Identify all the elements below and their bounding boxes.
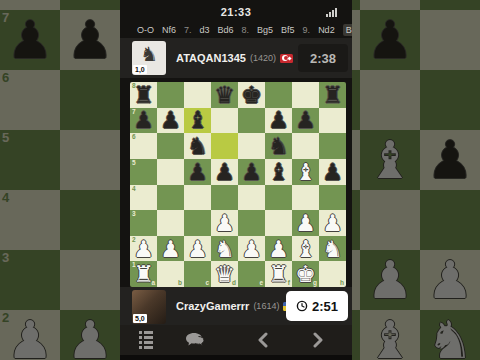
square-d7[interactable] [211,108,238,134]
next-move-button[interactable] [306,328,330,352]
black-pawn-h5[interactable]: ♟ [319,159,346,185]
square-h7[interactable] [319,108,346,134]
opponent-clock: 2:38 [298,44,348,72]
square-g4[interactable] [292,185,319,211]
square-g3[interactable]: ♟ [292,210,319,236]
black-king-e8[interactable]: ♚ [238,82,265,108]
square-f1[interactable]: f♜ [265,261,292,287]
square-a4[interactable]: 4 [130,185,157,211]
square-d5[interactable]: ♟ [211,159,238,185]
square-g6[interactable] [292,133,319,159]
bottom-toolbar [120,325,352,355]
clock-icon [296,300,308,312]
black-knight-c6[interactable]: ♞ [184,133,211,159]
black-pawn-c5[interactable]: ♟ [184,159,211,185]
square-f5[interactable]: ♝ [265,159,292,185]
black-pawn-d5[interactable]: ♟ [211,159,238,185]
square-e7[interactable] [238,108,265,134]
black-pawn-f7[interactable]: ♟ [265,108,292,134]
white-bishop-g2[interactable]: ♝ [292,236,319,262]
white-king-g1[interactable]: ♚ [292,261,319,287]
square-c7[interactable]: ♝ [184,108,211,134]
opponent-match-score: 1,0 [133,65,147,74]
square-b6[interactable] [157,133,184,159]
rank-label: 6 [132,134,136,141]
black-pawn-a7[interactable]: ♟ [130,108,157,134]
square-a1[interactable]: 1a♜ [130,261,157,287]
move-token[interactable]: Bg5 [257,25,273,35]
square-c3[interactable] [184,210,211,236]
status-bar: 21:33 [120,0,352,22]
move-number: 9. [303,25,311,35]
player-username[interactable]: CrazyGamerrr [176,300,249,312]
move-token[interactable]: d3 [200,25,210,35]
turkey-flag-icon [280,54,293,63]
move-token[interactable]: Bc7 [343,24,352,36]
square-e6[interactable] [238,133,265,159]
square-c2[interactable]: ♟ [184,236,211,262]
move-list-button[interactable] [134,328,158,352]
white-pawn-g3[interactable]: ♟ [292,210,319,236]
white-rook-a1[interactable]: ♜ [130,261,157,287]
square-c6[interactable]: ♞ [184,133,211,159]
black-knight-f6[interactable]: ♞ [265,133,292,159]
square-h8[interactable]: ♜ [319,82,346,108]
status-bar-clock: 21:33 [120,6,352,18]
rank-label: 3 [132,211,136,218]
screenshot-stage: 8♜♛♚♜7♟♟♝♟♟6♞♞5♟♟♟♝♝♟43♟♟♟2♟♟♟♞♟♟♝♞1a♜bc… [0,0,480,360]
player-bar: 5,0 CrazyGamerrr (1614) 2:51 [120,287,352,325]
white-pawn-d3[interactable]: ♟ [211,210,238,236]
black-bishop-f5[interactable]: ♝ [265,159,292,185]
square-e8[interactable]: ♚ [238,82,265,108]
chat-button[interactable] [183,328,207,352]
square-h1[interactable]: h [319,261,346,287]
square-c4[interactable] [184,185,211,211]
square-a5[interactable]: 5 [130,159,157,185]
square-b4[interactable] [157,185,184,211]
square-b7[interactable]: ♟ [157,108,184,134]
chat-icon [185,332,205,348]
square-b2[interactable]: ♟ [157,236,184,262]
chess-board[interactable]: 8♜♛♚♜7♟♟♝♟♟6♞♞5♟♟♟♝♝♟43♟♟♟2♟♟♟♞♟♟♝♞1a♜bc… [130,82,346,287]
previous-move-button[interactable] [250,328,274,352]
square-d3[interactable]: ♟ [211,210,238,236]
black-queen-d8[interactable]: ♛ [211,82,238,108]
square-f3[interactable] [265,210,292,236]
square-d8[interactable]: ♛ [211,82,238,108]
square-a2[interactable]: 2♟ [130,236,157,262]
square-h5[interactable]: ♟ [319,159,346,185]
player-rating: (1614) [253,301,279,311]
back-arrow-icon [257,332,268,348]
square-a6[interactable]: 6 [130,133,157,159]
move-token[interactable]: Bf5 [281,25,295,35]
square-h2[interactable]: ♞ [319,236,346,262]
move-token[interactable]: Nd2 [318,25,335,35]
square-c1[interactable]: c [184,261,211,287]
knight-avatar-icon: ♞ [140,41,158,67]
square-b8[interactable] [157,82,184,108]
white-queen-d1[interactable]: ♛ [211,261,238,287]
file-label: h [340,280,344,287]
white-knight-d2[interactable]: ♞ [211,236,238,262]
black-pawn-e5[interactable]: ♟ [238,159,265,185]
square-d4[interactable] [211,185,238,211]
square-d1[interactable]: d♛ [211,261,238,287]
square-f8[interactable] [265,82,292,108]
square-f7[interactable]: ♟ [265,108,292,134]
white-pawn-b2[interactable]: ♟ [157,236,184,262]
square-e1[interactable]: e [238,261,265,287]
forward-arrow-icon [313,332,324,348]
square-f6[interactable]: ♞ [265,133,292,159]
square-e3[interactable] [238,210,265,236]
file-label: b [178,280,182,287]
square-e4[interactable] [238,185,265,211]
opponent-player-bar: ♞ 1,0 ATAQAN1345 (1420) 2:38 [120,38,352,78]
opponent-avatar[interactable]: ♞ 1,0 [132,41,166,75]
white-bishop-g5[interactable]: ♝ [292,159,319,185]
move-number: 7. [184,25,192,35]
move-token[interactable]: Nf6 [162,25,176,35]
phone-screen: 21:33 O-ONf67.d3Bd68.Bg5Bf59.Nd2Bc7 ♞ 1,… [120,0,352,360]
white-pawn-h3[interactable]: ♟ [319,210,346,236]
white-pawn-c2[interactable]: ♟ [184,236,211,262]
square-g2[interactable]: ♝ [292,236,319,262]
square-g8[interactable] [292,82,319,108]
square-e2[interactable]: ♟ [238,236,265,262]
move-token[interactable]: O-O [137,25,154,35]
black-bishop-c7[interactable]: ♝ [184,108,211,134]
square-g1[interactable]: g♚ [292,261,319,287]
player-avatar[interactable]: 5,0 [132,290,166,324]
square-b1[interactable]: b [157,261,184,287]
white-pawn-e2[interactable]: ♟ [238,236,265,262]
move-number: 8. [242,25,250,35]
rank-label: 4 [132,186,136,193]
phone-bottom-edge [120,355,352,360]
square-b5[interactable] [157,159,184,185]
cellular-signal-icon [326,8,337,17]
player-clock-time: 2:51 [312,299,338,314]
white-rook-f1[interactable]: ♜ [265,261,292,287]
player-clock: 2:51 [286,291,348,321]
file-label: e [259,280,263,287]
square-f2[interactable]: ♟ [265,236,292,262]
square-d6[interactable] [211,133,238,159]
square-d2[interactable]: ♞ [211,236,238,262]
square-h3[interactable]: ♟ [319,210,346,236]
square-a7[interactable]: 7♟ [130,108,157,134]
black-rook-h8[interactable]: ♜ [319,82,346,108]
player-match-score: 5,0 [133,314,147,323]
opponent-rating: (1420) [250,53,276,63]
square-h6[interactable] [319,133,346,159]
square-c8[interactable] [184,82,211,108]
move-token[interactable]: Bd6 [218,25,234,35]
file-label: c [205,280,209,287]
square-f4[interactable] [265,185,292,211]
opponent-username[interactable]: ATAQAN1345 [176,52,246,64]
square-a8[interactable]: 8♜ [130,82,157,108]
square-c5[interactable]: ♟ [184,159,211,185]
square-g5[interactable]: ♝ [292,159,319,185]
square-h4[interactable] [319,185,346,211]
square-b3[interactable] [157,210,184,236]
black-pawn-b7[interactable]: ♟ [157,108,184,134]
white-knight-h2[interactable]: ♞ [319,236,346,262]
move-list[interactable]: O-ONf67.d3Bd68.Bg5Bf59.Nd2Bc7 [120,22,352,38]
move-list-icon [139,331,153,349]
square-e5[interactable]: ♟ [238,159,265,185]
black-pawn-g7[interactable]: ♟ [292,108,319,134]
black-rook-a8[interactable]: ♜ [130,82,157,108]
white-pawn-a2[interactable]: ♟ [130,236,157,262]
square-g7[interactable]: ♟ [292,108,319,134]
white-pawn-f2[interactable]: ♟ [265,236,292,262]
square-a3[interactable]: 3 [130,210,157,236]
rank-label: 5 [132,160,136,167]
